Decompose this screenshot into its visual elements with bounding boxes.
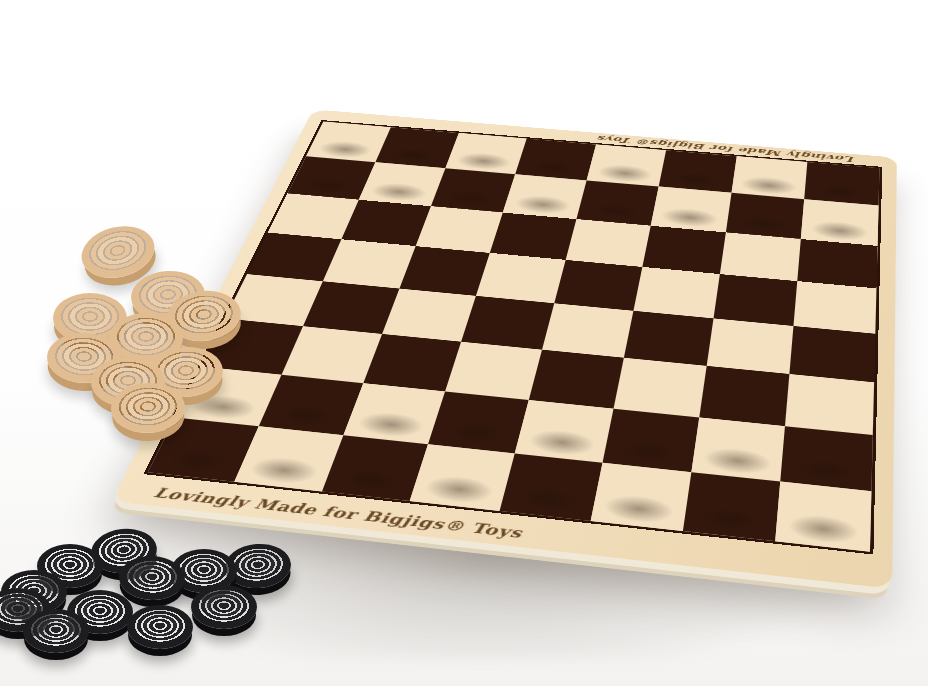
square-g4[interactable]: [706, 318, 794, 374]
square-h1[interactable]: ♜: [775, 481, 871, 551]
square-e4[interactable]: [542, 303, 633, 358]
square-f1[interactable]: ♝: [590, 463, 690, 532]
square-h6[interactable]: [798, 239, 878, 288]
square-f6[interactable]: [642, 225, 725, 273]
checker-light-disc[interactable]: [109, 313, 183, 363]
square-e6[interactable]: [566, 219, 651, 267]
checker-light-disc[interactable]: [129, 268, 206, 323]
checker-dark-disc[interactable]: [23, 609, 89, 653]
square-b4[interactable]: [303, 281, 399, 334]
square-d6[interactable]: [490, 212, 576, 259]
square-d4[interactable]: [461, 296, 554, 350]
checker-light-disc[interactable]: [53, 293, 127, 343]
square-f7[interactable]: ♟: [651, 187, 732, 232]
square-g7[interactable]: ♟: [725, 193, 804, 239]
board-wrap: Lovingly Made for Bigjigs® Toys Lovingly…: [215, 0, 891, 646]
square-c6[interactable]: [415, 206, 503, 253]
square-g1[interactable]: ♞: [682, 472, 780, 541]
square-c7[interactable]: ♟: [431, 168, 516, 212]
checker-light-disc[interactable]: [46, 332, 122, 385]
square-h5[interactable]: [794, 281, 877, 334]
square-h4[interactable]: [790, 326, 876, 382]
square-e1[interactable]: ♚: [500, 453, 603, 521]
square-f4[interactable]: [624, 311, 713, 366]
chess-board: Lovingly Made for Bigjigs® Toys Lovingly…: [111, 109, 897, 589]
checker-dark-disc[interactable]: [1, 570, 67, 614]
square-e7[interactable]: ♟: [576, 181, 658, 226]
checker-dark-disc[interactable]: [37, 544, 103, 588]
checker-dark-disc[interactable]: [0, 588, 51, 632]
product-photo-scene: Lovingly Made for Bigjigs® Toys Lovingly…: [0, 0, 928, 686]
checker-light-disc[interactable]: [76, 219, 160, 285]
square-d7[interactable]: ♟: [503, 174, 586, 218]
square-g6[interactable]: [719, 232, 801, 281]
square-h7[interactable]: ♟: [801, 199, 878, 245]
square-c4[interactable]: [382, 289, 477, 342]
